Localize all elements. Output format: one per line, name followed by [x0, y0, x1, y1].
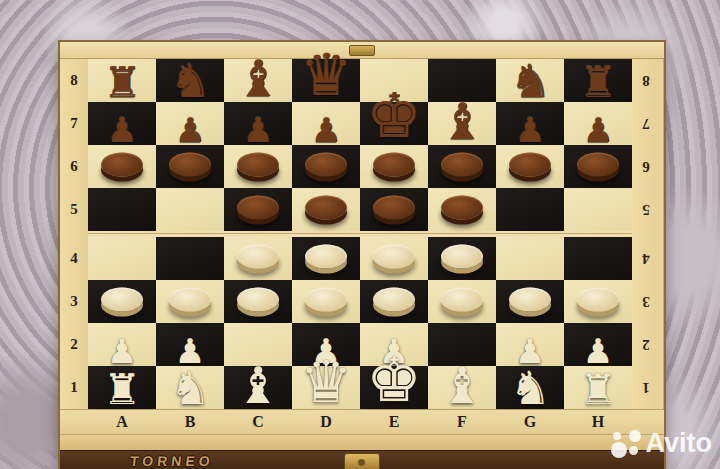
dark-checker-g6[interactable]	[509, 152, 551, 176]
left-rank-label-8: 8	[60, 59, 88, 102]
white-king-e1[interactable]: ♚	[366, 349, 422, 411]
square-f7[interactable]: ♝	[428, 102, 496, 145]
square-h1[interactable]: ♜	[564, 366, 632, 409]
square-b5[interactable]	[156, 188, 224, 231]
square-a3[interactable]	[88, 280, 156, 323]
dark-checker-f5[interactable]	[441, 195, 483, 219]
dark-checker-c6[interactable]	[237, 152, 279, 176]
box-front-face	[60, 434, 664, 450]
right-rank-label-6: 6	[632, 145, 660, 188]
white-knight-b1[interactable]: ♞	[169, 365, 210, 411]
avito-watermark: Avito	[611, 428, 713, 459]
dark-checker-d5[interactable]	[305, 195, 347, 219]
square-e3[interactable]	[360, 280, 428, 323]
square-d6[interactable]	[292, 145, 360, 188]
square-d7[interactable]: ♟	[292, 102, 360, 145]
square-a5[interactable]	[88, 188, 156, 231]
square-c4[interactable]	[224, 237, 292, 280]
square-g7[interactable]: ♟	[496, 102, 564, 145]
dark-pawn-b7[interactable]: ♟	[175, 113, 205, 147]
dark-pawn-h7[interactable]: ♟	[583, 113, 613, 147]
square-c5[interactable]	[224, 188, 292, 231]
left-rank-label-4: 4	[60, 237, 88, 280]
white-pawn-a2[interactable]: ♟	[107, 334, 137, 368]
dark-checker-e6[interactable]	[373, 152, 415, 176]
dark-checker-c5[interactable]	[237, 195, 279, 219]
white-rook-a1[interactable]: ♜	[103, 369, 141, 411]
square-f6[interactable]	[428, 145, 496, 188]
square-c8[interactable]: ♝	[224, 59, 292, 102]
left-rank-label-5: 5	[60, 188, 88, 231]
board-area: 87654321 ♜♞♝♛♞♜♟♟♟♟♚♝♟♟ ♟♟♟♟♟♟♜♞♝♛♚♝♞♜ 8…	[60, 59, 664, 409]
right-rank-label-5: 5	[632, 188, 660, 231]
white-rook-h1[interactable]: ♜	[579, 369, 617, 411]
board-top-edge	[60, 42, 664, 59]
right-rank-labels: 87654321	[632, 59, 660, 409]
square-b6[interactable]	[156, 145, 224, 188]
square-a6[interactable]	[88, 145, 156, 188]
square-g6[interactable]	[496, 145, 564, 188]
square-b7[interactable]: ♟	[156, 102, 224, 145]
left-rank-label-2: 2	[60, 323, 88, 366]
square-f4[interactable]	[428, 237, 496, 280]
right-rank-label-8: 8	[632, 59, 660, 102]
square-g2[interactable]: ♟	[496, 323, 564, 366]
light-checker-d3[interactable]	[305, 287, 347, 311]
square-d8[interactable]: ♛	[292, 59, 360, 102]
dark-knight-g8[interactable]: ♞	[509, 58, 550, 104]
chess-box: 87654321 ♜♞♝♛♞♜♟♟♟♟♚♝♟♟ ♟♟♟♟♟♟♜♞♝♛♚♝♞♜ 8…	[58, 40, 666, 469]
file-letter-labels: ABCDEFGH	[60, 409, 664, 434]
dark-checker-a6[interactable]	[101, 152, 143, 176]
dark-rook-a8[interactable]: ♜	[103, 62, 141, 104]
right-rank-label-3: 3	[632, 280, 660, 323]
square-e1[interactable]: ♚	[360, 366, 428, 409]
light-checker-a3[interactable]	[101, 287, 143, 311]
dark-rook-h8[interactable]: ♜	[579, 62, 617, 104]
dark-checker-h6[interactable]	[577, 152, 619, 176]
left-rank-label-6: 6	[60, 145, 88, 188]
left-rank-label-1: 1	[60, 366, 88, 409]
letters-left-pad	[60, 410, 88, 434]
right-rank-label-4: 4	[632, 237, 660, 280]
white-knight-g1[interactable]: ♞	[509, 365, 550, 411]
dark-checker-b6[interactable]	[169, 152, 211, 176]
light-checker-b3[interactable]	[169, 287, 211, 311]
square-d3[interactable]	[292, 280, 360, 323]
square-h2[interactable]: ♟	[564, 323, 632, 366]
square-d1[interactable]: ♛	[292, 366, 360, 409]
square-a2[interactable]: ♟	[88, 323, 156, 366]
right-rank-label-7: 7	[632, 102, 660, 145]
light-checker-e3[interactable]	[373, 287, 415, 311]
top-latch	[349, 45, 375, 56]
square-a7[interactable]: ♟	[88, 102, 156, 145]
square-d5[interactable]	[292, 188, 360, 231]
right-rank-label-1: 1	[632, 366, 660, 409]
square-b1[interactable]: ♞	[156, 366, 224, 409]
white-bishop-c1[interactable]: ♝	[236, 361, 281, 411]
dark-checker-e5[interactable]	[373, 195, 415, 219]
square-h8[interactable]: ♜	[564, 59, 632, 102]
light-checker-f3[interactable]	[441, 287, 483, 311]
dark-bishop-c8[interactable]: ♝	[236, 54, 281, 104]
right-rank-label-2: 2	[632, 323, 660, 366]
dark-knight-b8[interactable]: ♞	[169, 58, 210, 104]
square-c3[interactable]	[224, 280, 292, 323]
dark-checker-f6[interactable]	[441, 152, 483, 176]
dark-pawn-c7[interactable]: ♟	[243, 113, 273, 147]
square-b2[interactable]: ♟	[156, 323, 224, 366]
square-f3[interactable]	[428, 280, 496, 323]
dark-queen-d8[interactable]: ♛	[300, 46, 352, 104]
square-d4[interactable]	[292, 237, 360, 280]
avito-watermark-text: Avito	[646, 428, 713, 459]
light-checker-c4[interactable]	[237, 244, 279, 268]
white-queen-d1[interactable]: ♛	[300, 353, 352, 411]
square-a8[interactable]: ♜	[88, 59, 156, 102]
dark-king-e7[interactable]: ♚	[366, 85, 422, 147]
board-lower-half: ♟♟♟♟♟♟♜♞♝♛♚♝♞♜	[88, 237, 632, 409]
dark-bishop-f7[interactable]: ♝	[440, 97, 485, 147]
board-upper-half: ♜♞♝♛♞♜♟♟♟♟♚♝♟♟	[88, 59, 632, 231]
avito-logo-icon	[611, 430, 641, 458]
square-f1[interactable]: ♝	[428, 366, 496, 409]
square-h7[interactable]: ♟	[564, 102, 632, 145]
square-g1[interactable]: ♞	[496, 366, 564, 409]
torneo-logo: TORNEO	[129, 453, 214, 469]
dark-pawn-d7[interactable]: ♟	[311, 113, 341, 147]
light-checker-f4[interactable]	[441, 244, 483, 268]
square-c7[interactable]: ♟	[224, 102, 292, 145]
front-latch	[344, 453, 380, 469]
left-rank-label-7: 7	[60, 102, 88, 145]
square-h3[interactable]	[564, 280, 632, 323]
square-g5[interactable]	[496, 188, 564, 231]
square-h6[interactable]	[564, 145, 632, 188]
light-checker-h3[interactable]	[577, 287, 619, 311]
square-b3[interactable]	[156, 280, 224, 323]
photo-scene: 87654321 ♜♞♝♛♞♜♟♟♟♟♚♝♟♟ ♟♟♟♟♟♟♜♞♝♛♚♝♞♜ 8…	[0, 0, 720, 469]
white-pawn-h2[interactable]: ♟	[583, 334, 613, 368]
square-f5[interactable]	[428, 188, 496, 231]
dark-pawn-a7[interactable]: ♟	[107, 113, 137, 147]
square-c1[interactable]: ♝	[224, 366, 292, 409]
dark-checker-d6[interactable]	[305, 152, 347, 176]
box-bottom-edge: TORNEO	[60, 450, 664, 469]
dark-pawn-g7[interactable]: ♟	[515, 113, 545, 147]
square-e4[interactable]	[360, 237, 428, 280]
square-e6[interactable]	[360, 145, 428, 188]
square-g8[interactable]: ♞	[496, 59, 564, 102]
square-h4[interactable]	[564, 237, 632, 280]
square-a4[interactable]	[88, 237, 156, 280]
white-bishop-f1[interactable]: ♝	[440, 361, 485, 411]
light-checker-c3[interactable]	[237, 287, 279, 311]
left-rank-label-3: 3	[60, 280, 88, 323]
light-checker-e4[interactable]	[373, 244, 415, 268]
square-a1[interactable]: ♜	[88, 366, 156, 409]
square-e7[interactable]: ♚	[360, 102, 428, 145]
square-b4[interactable]	[156, 237, 224, 280]
square-g4[interactable]	[496, 237, 564, 280]
square-b8[interactable]: ♞	[156, 59, 224, 102]
left-rank-labels: 87654321	[60, 59, 88, 409]
light-checker-g3[interactable]	[509, 287, 551, 311]
square-h5[interactable]	[564, 188, 632, 231]
chess-board: ♜♞♝♛♞♜♟♟♟♟♚♝♟♟ ♟♟♟♟♟♟♜♞♝♛♚♝♞♜	[88, 59, 632, 409]
square-g3[interactable]	[496, 280, 564, 323]
light-checker-d4[interactable]	[305, 244, 347, 268]
square-c6[interactable]	[224, 145, 292, 188]
square-e5[interactable]	[360, 188, 428, 231]
